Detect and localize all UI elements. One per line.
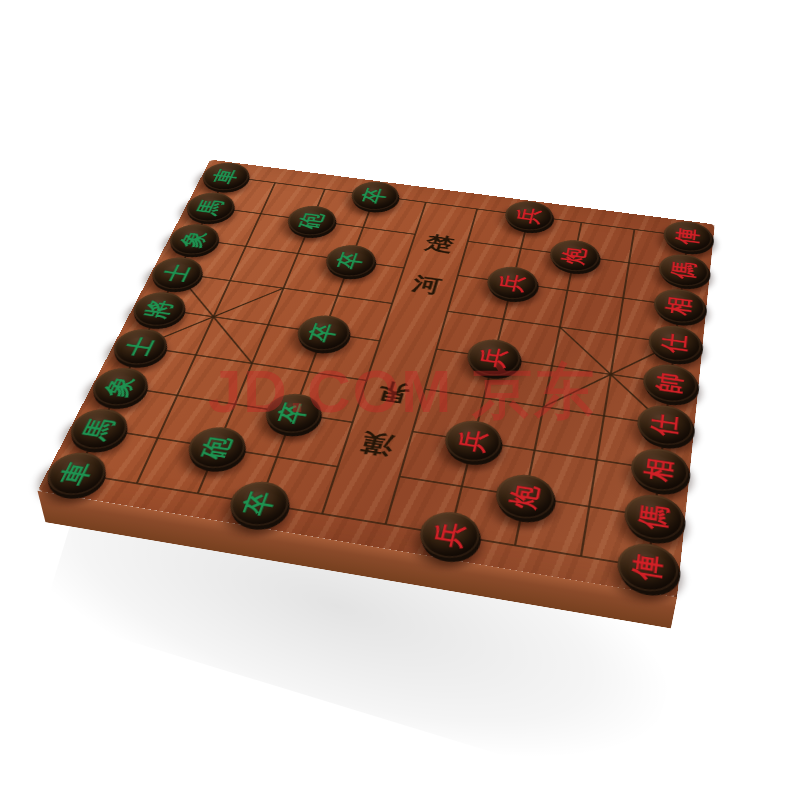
piece-character: 兵 [497, 273, 528, 294]
piece-character: 將 [142, 298, 177, 319]
piece-character: 車 [210, 168, 241, 186]
piece-character: 士 [122, 335, 158, 358]
piece-character: 傌 [669, 260, 698, 280]
piece-character: 象 [178, 230, 211, 249]
piece-red-horse[interactable]: 傌 [657, 252, 710, 290]
product-photo-stage: 楚河 漢界 車馬象士將士象馬車砲砲卒卒卒卒卒兵兵兵兵兵炮炮俥傌相仕帥仕相傌俥 J… [0, 0, 800, 800]
piece-character: 兵 [514, 206, 543, 225]
piece-character: 仕 [660, 332, 690, 355]
piece-red-cannon[interactable]: 炮 [547, 237, 602, 274]
piece-top-face: 將 [127, 289, 192, 329]
piece-character: 馬 [195, 198, 227, 216]
piece-green-soldier[interactable]: 卒 [347, 179, 403, 213]
piece-character: 炮 [560, 246, 589, 266]
piece-red-soldier[interactable]: 兵 [484, 264, 541, 302]
piece-character: 卒 [360, 187, 390, 205]
piece-character: 相 [665, 295, 695, 316]
piece-character: 俥 [674, 227, 702, 246]
piece-character: 卒 [335, 251, 367, 271]
piece-character: 卒 [307, 322, 341, 344]
piece-green-general[interactable]: 將 [127, 289, 192, 329]
piece-character: 士 [160, 263, 194, 283]
watermark: JD.COM 京东 [208, 352, 596, 433]
piece-character: 砲 [296, 211, 327, 230]
piece-red-chariot[interactable]: 俥 [662, 219, 714, 255]
piece-red-soldier[interactable]: 兵 [502, 199, 556, 234]
piece-top-face: 卒 [347, 179, 403, 213]
piece-red-elephant[interactable]: 相 [652, 286, 707, 326]
